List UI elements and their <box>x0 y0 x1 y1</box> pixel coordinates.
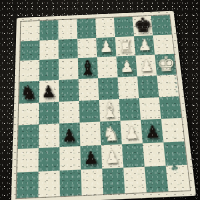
piece-black-pawn-d2[interactable]: ♟ <box>80 143 102 172</box>
square-b8[interactable] <box>40 20 59 40</box>
board-rotation-wrapper: ♚♟♜♟♝♟♟♚♞♟♝♟♞♟♟♟♟ ♣ <box>10 0 188 199</box>
square-f7[interactable] <box>115 36 135 57</box>
square-d6[interactable] <box>78 57 98 78</box>
square-h7[interactable] <box>153 34 174 55</box>
photo-chess-scene: ♚♟♜♟♝♟♟♚♞♟♝♟♞♟♟♟♟ ♣ <box>0 0 200 200</box>
square-d7[interactable] <box>77 38 97 59</box>
square-b7[interactable] <box>39 39 58 60</box>
square-c7[interactable] <box>58 38 77 59</box>
square-h8[interactable] <box>151 15 172 35</box>
square-g7[interactable] <box>134 35 155 56</box>
board-tilt-wrapper: ♚♟♜♟♝♟♟♚♞♟♝♟♞♟♟♟♟ ♣ <box>11 11 196 200</box>
piece-white-pawn-g6[interactable]: ♟ <box>136 51 157 77</box>
square-f5[interactable] <box>118 76 139 98</box>
square-e7[interactable] <box>96 37 116 58</box>
piece-white-pawn-e7[interactable]: ♟ <box>96 32 116 58</box>
piece-black-pawn-c3[interactable]: ♟ <box>58 120 80 148</box>
square-g5[interactable] <box>137 75 159 97</box>
square-a7[interactable] <box>20 40 39 61</box>
piece-white-pawn-g7[interactable]: ♟ <box>134 31 154 57</box>
piece-white-pawn-f6[interactable]: ♟ <box>117 52 138 78</box>
square-f6[interactable] <box>116 56 137 77</box>
chess-board: ♚♟♜♟♝♟♟♚♞♟♝♟♞♟♟♟♟ ♣ <box>11 11 196 200</box>
square-d8[interactable] <box>77 18 96 38</box>
piece-black-pawn-b5[interactable]: ♟ <box>38 76 59 103</box>
piece-white-pawn-f3[interactable]: ♟ <box>121 117 143 145</box>
board-edge-brand-text <box>173 57 178 92</box>
square-d5[interactable] <box>78 78 99 100</box>
square-g8[interactable] <box>132 16 152 36</box>
piece-white-pawn-e2[interactable]: ♟ <box>101 142 123 171</box>
piece-black-king-g8[interactable]: ♚ <box>133 11 153 36</box>
square-g6[interactable] <box>136 55 157 76</box>
square-c6[interactable] <box>59 58 79 80</box>
square-c5[interactable] <box>59 79 79 101</box>
square-e8[interactable] <box>95 18 115 38</box>
square-a8[interactable] <box>21 21 40 41</box>
piece-white-king-h6[interactable]: ♚ <box>156 50 177 76</box>
pieces-layer: ♚♟♜♟♝♟♟♚♞♟♝♟♞♟♟♟♟ <box>17 15 190 198</box>
piece-black-knight-a5[interactable]: ♞ <box>18 77 39 104</box>
square-e6[interactable] <box>97 57 118 78</box>
square-f8[interactable] <box>114 17 134 37</box>
piece-white-rook-f7[interactable]: ♜ <box>115 32 135 58</box>
piece-black-pawn-g3[interactable]: ♟ <box>142 116 164 144</box>
square-h5[interactable] <box>157 75 179 97</box>
square-c8[interactable] <box>58 19 77 39</box>
piece-black-bishop-d6[interactable]: ♝ <box>77 54 98 80</box>
square-h6[interactable] <box>155 54 177 75</box>
